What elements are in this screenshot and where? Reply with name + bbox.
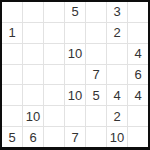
empty-cell-r5c1[interactable] [2,85,22,105]
empty-cell-r7c5[interactable] [86,127,106,147]
empty-cell-r1c2[interactable] [23,2,43,22]
clue-cell-r6c2: 10 [23,106,43,126]
empty-cell-r3c1[interactable] [2,44,22,64]
clue-cell-r5c7: 4 [128,85,148,105]
empty-cell-r1c1[interactable] [2,2,22,22]
clue-cell-r2c1: 1 [2,23,22,43]
empty-cell-r2c7[interactable] [128,23,148,43]
clue-cell-r2c6: 2 [107,23,127,43]
empty-cell-r2c5[interactable] [86,23,106,43]
empty-cell-r1c7[interactable] [128,2,148,22]
empty-cell-r6c7[interactable] [128,106,148,126]
clue-cell-r6c6: 2 [107,106,127,126]
clue-cell-r5c4: 10 [65,85,85,105]
empty-cell-r3c2[interactable] [23,44,43,64]
clue-cell-r4c5: 7 [86,65,106,85]
clue-cell-r3c7: 4 [128,44,148,64]
empty-cell-r4c3[interactable] [44,65,64,85]
empty-cell-r3c6[interactable] [107,44,127,64]
puzzle-grid: 5312104761054410256710 [0,0,150,150]
clue-cell-r7c6: 10 [107,127,127,147]
empty-cell-r3c3[interactable] [44,44,64,64]
empty-cell-r4c2[interactable] [23,65,43,85]
empty-cell-r6c5[interactable] [86,106,106,126]
empty-cell-r6c1[interactable] [2,106,22,126]
empty-cell-r1c3[interactable] [44,2,64,22]
empty-cell-r1c5[interactable] [86,2,106,22]
empty-cell-r7c7[interactable] [128,127,148,147]
empty-cell-r4c6[interactable] [107,65,127,85]
empty-cell-r2c3[interactable] [44,23,64,43]
empty-cell-r3c5[interactable] [86,44,106,64]
empty-cell-r2c4[interactable] [65,23,85,43]
clue-cell-r4c7: 6 [128,65,148,85]
empty-cell-r6c3[interactable] [44,106,64,126]
empty-cell-r7c3[interactable] [44,127,64,147]
empty-cell-r2c2[interactable] [23,23,43,43]
puzzle-board-wrapper: 5312104761054410256710 [0,0,150,150]
clue-cell-r3c4: 10 [65,44,85,64]
clue-cell-r5c6: 4 [107,85,127,105]
clue-cell-r1c4: 5 [65,2,85,22]
empty-cell-r4c1[interactable] [2,65,22,85]
clue-cell-r7c2: 6 [23,127,43,147]
clue-cell-r5c5: 5 [86,85,106,105]
clue-cell-r1c6: 3 [107,2,127,22]
empty-cell-r5c3[interactable] [44,85,64,105]
empty-cell-r5c2[interactable] [23,85,43,105]
clue-cell-r7c1: 5 [2,127,22,147]
clue-cell-r7c4: 7 [65,127,85,147]
empty-cell-r4c4[interactable] [65,65,85,85]
empty-cell-r6c4[interactable] [65,106,85,126]
